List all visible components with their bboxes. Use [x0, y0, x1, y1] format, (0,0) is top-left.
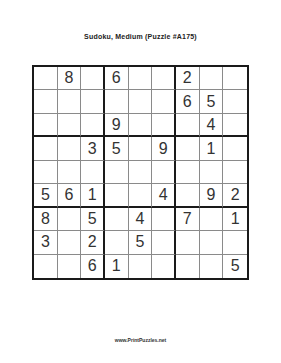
cell-r2c9 — [223, 90, 247, 113]
cell-r6c6: 4 — [152, 184, 176, 207]
cell-r8c3: 2 — [81, 231, 105, 254]
cell-r3c9 — [223, 114, 247, 137]
cell-r5c5 — [129, 161, 153, 184]
cell-r1c5 — [129, 67, 153, 90]
cell-r3c8: 4 — [200, 114, 224, 137]
cell-r8c7 — [176, 231, 200, 254]
cell-r1c2: 8 — [58, 67, 82, 90]
cell-r6c8: 9 — [200, 184, 224, 207]
cell-r7c9: 1 — [223, 208, 247, 231]
cell-r1c4: 6 — [105, 67, 129, 90]
sudoku-grid: 8626594359156149285471325615 — [32, 65, 249, 280]
cell-r8c1: 3 — [34, 231, 58, 254]
cell-r9c4: 1 — [105, 255, 129, 278]
cell-r4c5 — [129, 137, 153, 160]
cell-r5c4 — [105, 161, 129, 184]
cell-r5c8 — [200, 161, 224, 184]
cell-r9c8 — [200, 255, 224, 278]
cell-r9c5 — [129, 255, 153, 278]
puzzle-page: Sudoku, Medium (Puzzle #A175) 8626594359… — [0, 0, 281, 363]
cell-r1c7: 2 — [176, 67, 200, 90]
cell-r9c7 — [176, 255, 200, 278]
cell-r6c5 — [129, 184, 153, 207]
watermark-text: www.PrintPuzzles.net — [0, 337, 281, 343]
cell-r8c2 — [58, 231, 82, 254]
cell-r4c9 — [223, 137, 247, 160]
cell-r4c1 — [34, 137, 58, 160]
cell-r2c8: 5 — [200, 90, 224, 113]
cell-r8c6 — [152, 231, 176, 254]
cell-r1c1 — [34, 67, 58, 90]
cell-r5c2 — [58, 161, 82, 184]
cell-r2c7: 6 — [176, 90, 200, 113]
cell-r1c3 — [81, 67, 105, 90]
cell-r2c4 — [105, 90, 129, 113]
cell-r7c1: 8 — [34, 208, 58, 231]
cell-r7c3: 5 — [81, 208, 105, 231]
cell-r7c7: 7 — [176, 208, 200, 231]
cell-r3c1 — [34, 114, 58, 137]
cell-r9c2 — [58, 255, 82, 278]
cell-r6c3: 1 — [81, 184, 105, 207]
cell-r6c4 — [105, 184, 129, 207]
cell-r3c6 — [152, 114, 176, 137]
cell-r8c8 — [200, 231, 224, 254]
cell-r5c1 — [34, 161, 58, 184]
cell-r1c6 — [152, 67, 176, 90]
cell-r5c6 — [152, 161, 176, 184]
cell-r6c1: 5 — [34, 184, 58, 207]
cell-r7c6 — [152, 208, 176, 231]
cell-r9c9: 5 — [223, 255, 247, 278]
cell-r4c7 — [176, 137, 200, 160]
cell-r4c4: 5 — [105, 137, 129, 160]
cell-r9c6 — [152, 255, 176, 278]
cell-r3c4: 9 — [105, 114, 129, 137]
cell-r4c8: 1 — [200, 137, 224, 160]
cell-r5c3 — [81, 161, 105, 184]
cell-r6c7 — [176, 184, 200, 207]
cell-r2c5 — [129, 90, 153, 113]
cell-r1c8 — [200, 67, 224, 90]
cell-r5c9 — [223, 161, 247, 184]
cell-r8c4 — [105, 231, 129, 254]
cell-r1c9 — [223, 67, 247, 90]
cell-r7c8 — [200, 208, 224, 231]
cell-r7c2 — [58, 208, 82, 231]
cell-r8c5: 5 — [129, 231, 153, 254]
cell-r7c4 — [105, 208, 129, 231]
cell-r2c1 — [34, 90, 58, 113]
cell-r2c2 — [58, 90, 82, 113]
cell-r2c3 — [81, 90, 105, 113]
cell-r2c6 — [152, 90, 176, 113]
cell-r6c9: 2 — [223, 184, 247, 207]
page-title: Sudoku, Medium (Puzzle #A175) — [0, 33, 281, 40]
cell-r7c5: 4 — [129, 208, 153, 231]
cell-r8c9 — [223, 231, 247, 254]
cell-r5c7 — [176, 161, 200, 184]
cell-r3c2 — [58, 114, 82, 137]
cell-r3c5 — [129, 114, 153, 137]
cell-r6c2: 6 — [58, 184, 82, 207]
cell-r3c7 — [176, 114, 200, 137]
cell-r3c3 — [81, 114, 105, 137]
cell-r4c6: 9 — [152, 137, 176, 160]
cell-r9c3: 6 — [81, 255, 105, 278]
cell-r4c2 — [58, 137, 82, 160]
cell-r9c1 — [34, 255, 58, 278]
cell-r4c3: 3 — [81, 137, 105, 160]
